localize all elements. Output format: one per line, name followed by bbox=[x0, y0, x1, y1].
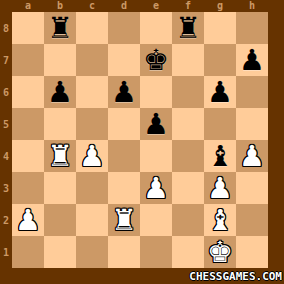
square-c8 bbox=[76, 12, 108, 44]
square-f7 bbox=[172, 44, 204, 76]
rank-label-5: 5 bbox=[0, 108, 12, 140]
square-b4: ♜ bbox=[44, 140, 76, 172]
piece-white-pawn-h4: ♟ bbox=[236, 140, 268, 172]
piece-black-pawn-g6: ♟ bbox=[204, 76, 236, 108]
square-f4 bbox=[172, 140, 204, 172]
square-b3 bbox=[44, 172, 76, 204]
square-h8 bbox=[236, 12, 268, 44]
square-f8: ♜ bbox=[172, 12, 204, 44]
piece-white-pawn-c4: ♟ bbox=[76, 140, 108, 172]
piece-black-king-e7: ♚ bbox=[140, 44, 172, 76]
square-d7 bbox=[108, 44, 140, 76]
square-a3 bbox=[12, 172, 44, 204]
piece-black-rook-f8: ♜ bbox=[172, 12, 204, 44]
square-d1 bbox=[108, 236, 140, 268]
rank-label-1: 1 bbox=[0, 236, 12, 268]
square-e7: ♚ bbox=[140, 44, 172, 76]
piece-black-bishop-g4: ♝ bbox=[204, 140, 236, 172]
square-g7 bbox=[204, 44, 236, 76]
piece-white-bishop-g2: ♝ bbox=[204, 204, 236, 236]
rank-labels: 87654321 bbox=[0, 12, 12, 268]
square-c6 bbox=[76, 76, 108, 108]
square-c2 bbox=[76, 204, 108, 236]
square-e1 bbox=[140, 236, 172, 268]
rank-label-7: 7 bbox=[0, 44, 12, 76]
square-h3 bbox=[236, 172, 268, 204]
square-h1 bbox=[236, 236, 268, 268]
square-g4: ♝ bbox=[204, 140, 236, 172]
chess-board: ♜♜♚♟♟♟♟♟♜♟♝♟♟♟♟♜♝♚ bbox=[12, 12, 268, 268]
square-d6: ♟ bbox=[108, 76, 140, 108]
square-b6: ♟ bbox=[44, 76, 76, 108]
file-label-a: a bbox=[12, 0, 44, 12]
piece-black-pawn-h7: ♟ bbox=[236, 44, 268, 76]
piece-white-pawn-e3: ♟ bbox=[140, 172, 172, 204]
square-a1 bbox=[12, 236, 44, 268]
square-e2 bbox=[140, 204, 172, 236]
piece-white-pawn-a2: ♟ bbox=[12, 204, 44, 236]
square-e4 bbox=[140, 140, 172, 172]
square-c7 bbox=[76, 44, 108, 76]
file-label-e: e bbox=[140, 0, 172, 12]
square-c4: ♟ bbox=[76, 140, 108, 172]
square-b5 bbox=[44, 108, 76, 140]
square-f2 bbox=[172, 204, 204, 236]
square-g8 bbox=[204, 12, 236, 44]
square-h6 bbox=[236, 76, 268, 108]
square-g1: ♚ bbox=[204, 236, 236, 268]
rank-label-6: 6 bbox=[0, 76, 12, 108]
square-b2 bbox=[44, 204, 76, 236]
rank-label-3: 3 bbox=[0, 172, 12, 204]
square-d3 bbox=[108, 172, 140, 204]
square-e3: ♟ bbox=[140, 172, 172, 204]
square-d4 bbox=[108, 140, 140, 172]
square-a5 bbox=[12, 108, 44, 140]
square-c1 bbox=[76, 236, 108, 268]
watermark: CHESSGAMES.COM bbox=[189, 270, 282, 283]
square-e6 bbox=[140, 76, 172, 108]
file-label-d: d bbox=[108, 0, 140, 12]
piece-black-pawn-b6: ♟ bbox=[44, 76, 76, 108]
rank-label-2: 2 bbox=[0, 204, 12, 236]
square-a6 bbox=[12, 76, 44, 108]
piece-black-pawn-d6: ♟ bbox=[108, 76, 140, 108]
square-f3 bbox=[172, 172, 204, 204]
square-h5 bbox=[236, 108, 268, 140]
file-label-g: g bbox=[204, 0, 236, 12]
piece-white-rook-d2: ♜ bbox=[108, 204, 140, 236]
chess-diagram: abcdefgh 87654321 ♜♜♚♟♟♟♟♟♜♟♝♟♟♟♟♜♝♚ CHE… bbox=[0, 0, 284, 284]
square-f5 bbox=[172, 108, 204, 140]
square-d8 bbox=[108, 12, 140, 44]
square-a7 bbox=[12, 44, 44, 76]
square-c3 bbox=[76, 172, 108, 204]
square-d5 bbox=[108, 108, 140, 140]
square-e8 bbox=[140, 12, 172, 44]
rank-label-8: 8 bbox=[0, 12, 12, 44]
square-e5: ♟ bbox=[140, 108, 172, 140]
rank-label-4: 4 bbox=[0, 140, 12, 172]
piece-black-rook-b8: ♜ bbox=[44, 12, 76, 44]
piece-white-king-g1: ♚ bbox=[204, 236, 236, 268]
square-b1 bbox=[44, 236, 76, 268]
square-f1 bbox=[172, 236, 204, 268]
piece-white-pawn-g3: ♟ bbox=[204, 172, 236, 204]
square-g5 bbox=[204, 108, 236, 140]
square-h7: ♟ bbox=[236, 44, 268, 76]
square-b7 bbox=[44, 44, 76, 76]
square-a2: ♟ bbox=[12, 204, 44, 236]
square-g6: ♟ bbox=[204, 76, 236, 108]
square-g2: ♝ bbox=[204, 204, 236, 236]
square-a8 bbox=[12, 12, 44, 44]
piece-white-rook-b4: ♜ bbox=[44, 140, 76, 172]
square-h4: ♟ bbox=[236, 140, 268, 172]
square-b8: ♜ bbox=[44, 12, 76, 44]
file-label-h: h bbox=[236, 0, 268, 12]
square-f6 bbox=[172, 76, 204, 108]
piece-black-pawn-e5: ♟ bbox=[140, 108, 172, 140]
file-label-c: c bbox=[76, 0, 108, 12]
square-g3: ♟ bbox=[204, 172, 236, 204]
square-a4 bbox=[12, 140, 44, 172]
square-d2: ♜ bbox=[108, 204, 140, 236]
square-c5 bbox=[76, 108, 108, 140]
square-h2 bbox=[236, 204, 268, 236]
